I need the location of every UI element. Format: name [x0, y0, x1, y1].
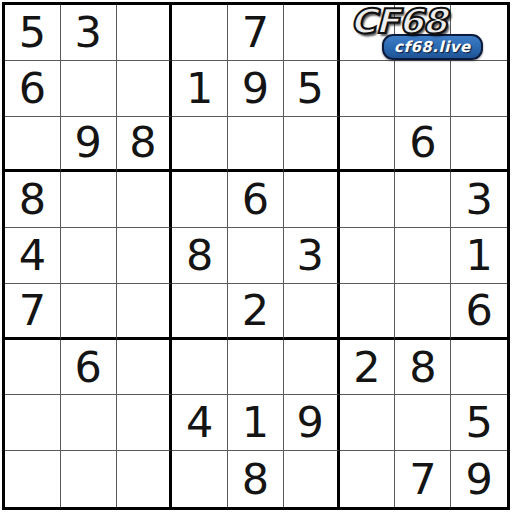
cell-r8c6[interactable]: 9	[284, 395, 340, 451]
cell-r5c3[interactable]	[117, 228, 173, 284]
cell-r8c7[interactable]	[340, 395, 396, 451]
cell-r1c3[interactable]	[117, 5, 173, 61]
cell-r2c9[interactable]	[451, 61, 507, 117]
cell-r3c7[interactable]	[340, 117, 396, 173]
cell-r6c4[interactable]	[172, 284, 228, 340]
cell-r3c4[interactable]	[172, 117, 228, 173]
cell-r9c5[interactable]: 8	[228, 451, 284, 507]
cell-r2c4[interactable]: 1	[172, 61, 228, 117]
cell-r4c6[interactable]	[284, 172, 340, 228]
cell-r9c1[interactable]	[5, 451, 61, 507]
cell-r6c2[interactable]	[61, 284, 117, 340]
cell-r9c6[interactable]	[284, 451, 340, 507]
cell-r6c7[interactable]	[340, 284, 396, 340]
cell-r3c8[interactable]: 6	[395, 117, 451, 173]
cell-r6c8[interactable]	[395, 284, 451, 340]
cell-r7c8[interactable]: 8	[395, 340, 451, 396]
cell-r9c4[interactable]	[172, 451, 228, 507]
cell-r4c2[interactable]	[61, 172, 117, 228]
cell-r1c6[interactable]	[284, 5, 340, 61]
cell-r7c9[interactable]	[451, 340, 507, 396]
cell-r8c3[interactable]	[117, 395, 173, 451]
cell-r3c1[interactable]	[5, 117, 61, 173]
cell-r4c1[interactable]: 8	[5, 172, 61, 228]
cell-r2c7[interactable]	[340, 61, 396, 117]
cell-r1c8[interactable]	[395, 5, 451, 61]
cell-r5c9[interactable]: 1	[451, 228, 507, 284]
cell-r5c1[interactable]: 4	[5, 228, 61, 284]
cell-r5c2[interactable]	[61, 228, 117, 284]
cell-r9c9[interactable]: 9	[451, 451, 507, 507]
cell-r7c3[interactable]	[117, 340, 173, 396]
cell-r4c8[interactable]	[395, 172, 451, 228]
cell-r2c5[interactable]: 9	[228, 61, 284, 117]
cell-r7c2[interactable]: 6	[61, 340, 117, 396]
cell-r1c1[interactable]: 5	[5, 5, 61, 61]
cell-r5c4[interactable]: 8	[172, 228, 228, 284]
cell-r2c3[interactable]	[117, 61, 173, 117]
cell-r8c2[interactable]	[61, 395, 117, 451]
cell-r4c4[interactable]	[172, 172, 228, 228]
cell-r5c5[interactable]	[228, 228, 284, 284]
cell-r6c1[interactable]: 7	[5, 284, 61, 340]
cell-r4c9[interactable]: 3	[451, 172, 507, 228]
cell-r6c6[interactable]	[284, 284, 340, 340]
cell-r2c1[interactable]: 6	[5, 61, 61, 117]
cell-r9c7[interactable]	[340, 451, 396, 507]
cell-r1c9[interactable]	[451, 5, 507, 61]
cell-r3c9[interactable]	[451, 117, 507, 173]
cell-r7c6[interactable]	[284, 340, 340, 396]
cell-r6c9[interactable]: 6	[451, 284, 507, 340]
cell-r8c9[interactable]: 5	[451, 395, 507, 451]
cell-r8c8[interactable]	[395, 395, 451, 451]
cell-r3c2[interactable]: 9	[61, 117, 117, 173]
sudoku-board: 537619598686348317266284195879	[2, 2, 510, 510]
cell-r8c5[interactable]: 1	[228, 395, 284, 451]
cell-r8c1[interactable]	[5, 395, 61, 451]
sudoku-screenshot: 537619598686348317266284195879 CF68 cf68…	[0, 0, 512, 512]
cell-r1c5[interactable]: 7	[228, 5, 284, 61]
cell-r7c4[interactable]	[172, 340, 228, 396]
cell-r9c8[interactable]: 7	[395, 451, 451, 507]
cell-r2c6[interactable]: 5	[284, 61, 340, 117]
cell-r5c7[interactable]	[340, 228, 396, 284]
cell-r5c6[interactable]: 3	[284, 228, 340, 284]
cell-r6c3[interactable]	[117, 284, 173, 340]
cell-r5c8[interactable]	[395, 228, 451, 284]
cell-r2c8[interactable]	[395, 61, 451, 117]
cell-r2c2[interactable]	[61, 61, 117, 117]
cell-r3c5[interactable]	[228, 117, 284, 173]
cell-r8c4[interactable]: 4	[172, 395, 228, 451]
cell-r3c6[interactable]	[284, 117, 340, 173]
cell-r4c7[interactable]	[340, 172, 396, 228]
cell-r4c5[interactable]: 6	[228, 172, 284, 228]
cell-r1c7[interactable]	[340, 5, 396, 61]
cell-r7c1[interactable]	[5, 340, 61, 396]
cell-r1c2[interactable]: 3	[61, 5, 117, 61]
cell-r4c3[interactable]	[117, 172, 173, 228]
cell-r6c5[interactable]: 2	[228, 284, 284, 340]
cell-r9c3[interactable]	[117, 451, 173, 507]
cell-r7c5[interactable]	[228, 340, 284, 396]
cell-r9c2[interactable]	[61, 451, 117, 507]
cell-r3c3[interactable]: 8	[117, 117, 173, 173]
cell-r7c7[interactable]: 2	[340, 340, 396, 396]
cell-r1c4[interactable]	[172, 5, 228, 61]
